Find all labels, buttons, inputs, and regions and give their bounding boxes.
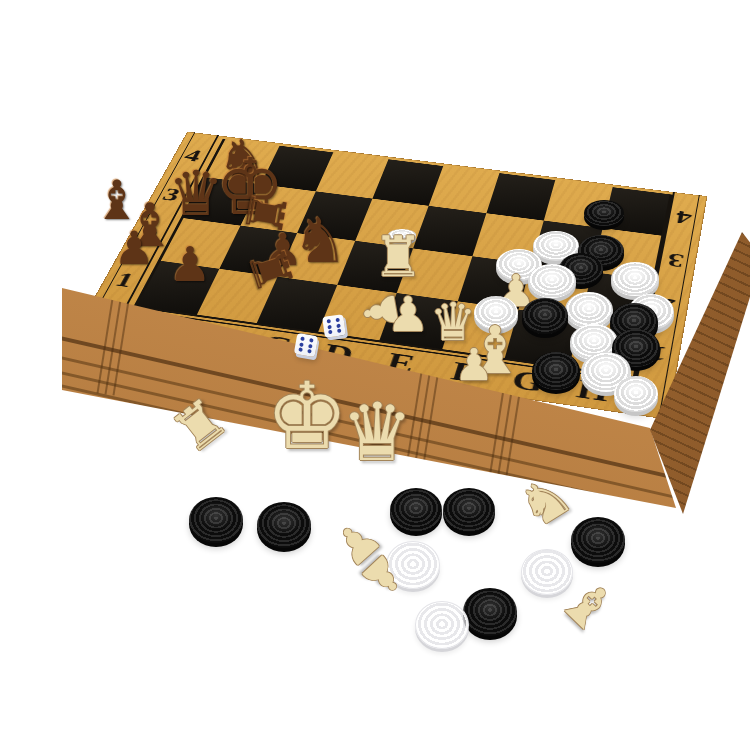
light-pawn-piece: ♟	[386, 290, 429, 338]
product-photo-stage: ABCDEFGH11223344 ♝♝♟♛♟♞♚♜♜♟♞♜♟♟♛♟♝♟♜♚♛♟♟…	[0, 0, 750, 750]
black-checker	[390, 488, 442, 532]
dark-pawn-piece: ♟	[168, 240, 211, 288]
dark-knight-piece: ♞	[292, 210, 348, 272]
rank-label-right-3: 3	[666, 248, 686, 272]
die-showing-6	[294, 333, 318, 357]
black-checker	[584, 200, 624, 226]
black-checker	[257, 502, 311, 548]
die-pip	[335, 317, 340, 322]
white-checker	[565, 292, 613, 328]
die-pip	[328, 330, 333, 335]
die-pip	[327, 324, 332, 329]
black-checker	[463, 588, 517, 636]
die-pip	[309, 338, 314, 343]
light-pawn-piece: ♟	[454, 343, 493, 387]
die-pip	[300, 336, 305, 341]
white-checker	[521, 549, 573, 595]
die-pip	[307, 349, 312, 354]
corner-groove	[489, 388, 504, 472]
dark-pawn-piece: ♟	[113, 225, 154, 271]
die-showing-6	[322, 314, 346, 338]
white-checker	[611, 262, 659, 296]
rank-label-right-4: 4	[674, 206, 693, 228]
black-checker	[571, 517, 625, 563]
light-queen-piece: ♛	[341, 393, 413, 473]
die-pip	[308, 343, 313, 348]
black-checker	[522, 298, 568, 334]
black-checker	[532, 352, 580, 390]
die-pip	[298, 348, 303, 353]
die-pip	[299, 342, 304, 347]
white-checker	[415, 601, 469, 649]
black-checker	[189, 497, 243, 543]
black-checker	[443, 488, 495, 532]
die-pip	[336, 323, 341, 328]
light-rook-piece: ♜	[373, 229, 423, 285]
light-king-piece: ♚	[266, 371, 348, 463]
die-pip	[337, 329, 342, 334]
white-checker	[614, 376, 658, 412]
die-pip	[326, 319, 331, 324]
